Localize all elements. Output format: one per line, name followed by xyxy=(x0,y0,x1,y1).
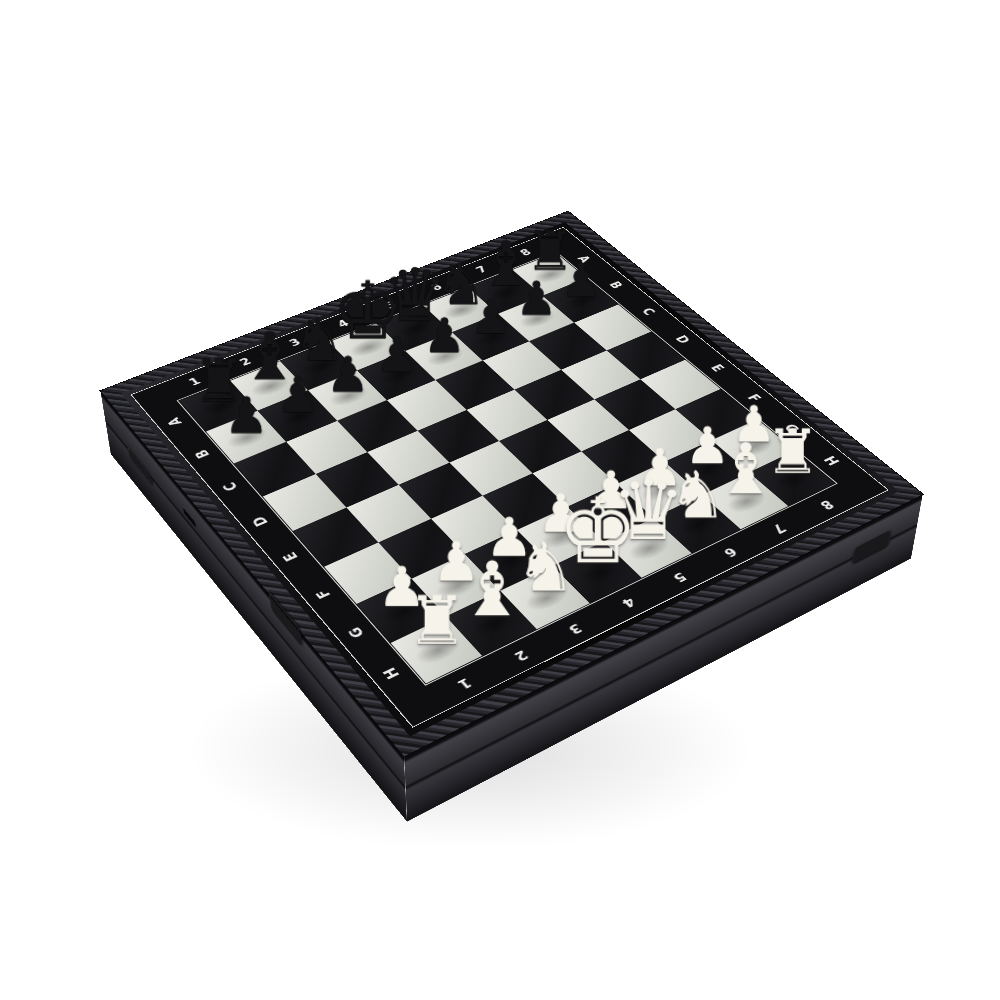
pawn-glyph: ♟ xyxy=(469,294,511,341)
chess-case: 12345678 12345678 ABCDEFGH ABCDEFGH ♜♝♞♚… xyxy=(100,211,923,756)
case-clasp-icon[interactable] xyxy=(852,528,892,564)
board-top: 12345678 12345678 ABCDEFGH ABCDEFGH ♜♝♞♚… xyxy=(100,211,923,756)
rook-glyph: ♜ xyxy=(406,586,466,653)
bishop-glyph: ♝ xyxy=(458,552,526,627)
pawn-glyph: ♟ xyxy=(224,391,269,441)
pawn-glyph: ♟ xyxy=(560,258,601,304)
case-latch-slot-icon xyxy=(183,508,196,528)
scene: 12345678 12345678 ABCDEFGH ABCDEFGH ♜♝♞♚… xyxy=(0,0,1000,1000)
pawn-glyph: ♟ xyxy=(375,331,418,379)
pawn-glyph: ♟ xyxy=(275,370,319,419)
pawn-glyph: ♟ xyxy=(326,350,370,399)
pawn-glyph: ♟ xyxy=(423,312,466,359)
pawn-glyph: ♟ xyxy=(515,275,557,321)
case-hinge-icon xyxy=(127,445,153,486)
product-photo: 12345678 12345678 ABCDEFGH ABCDEFGH ♜♝♞♚… xyxy=(0,0,1000,1000)
